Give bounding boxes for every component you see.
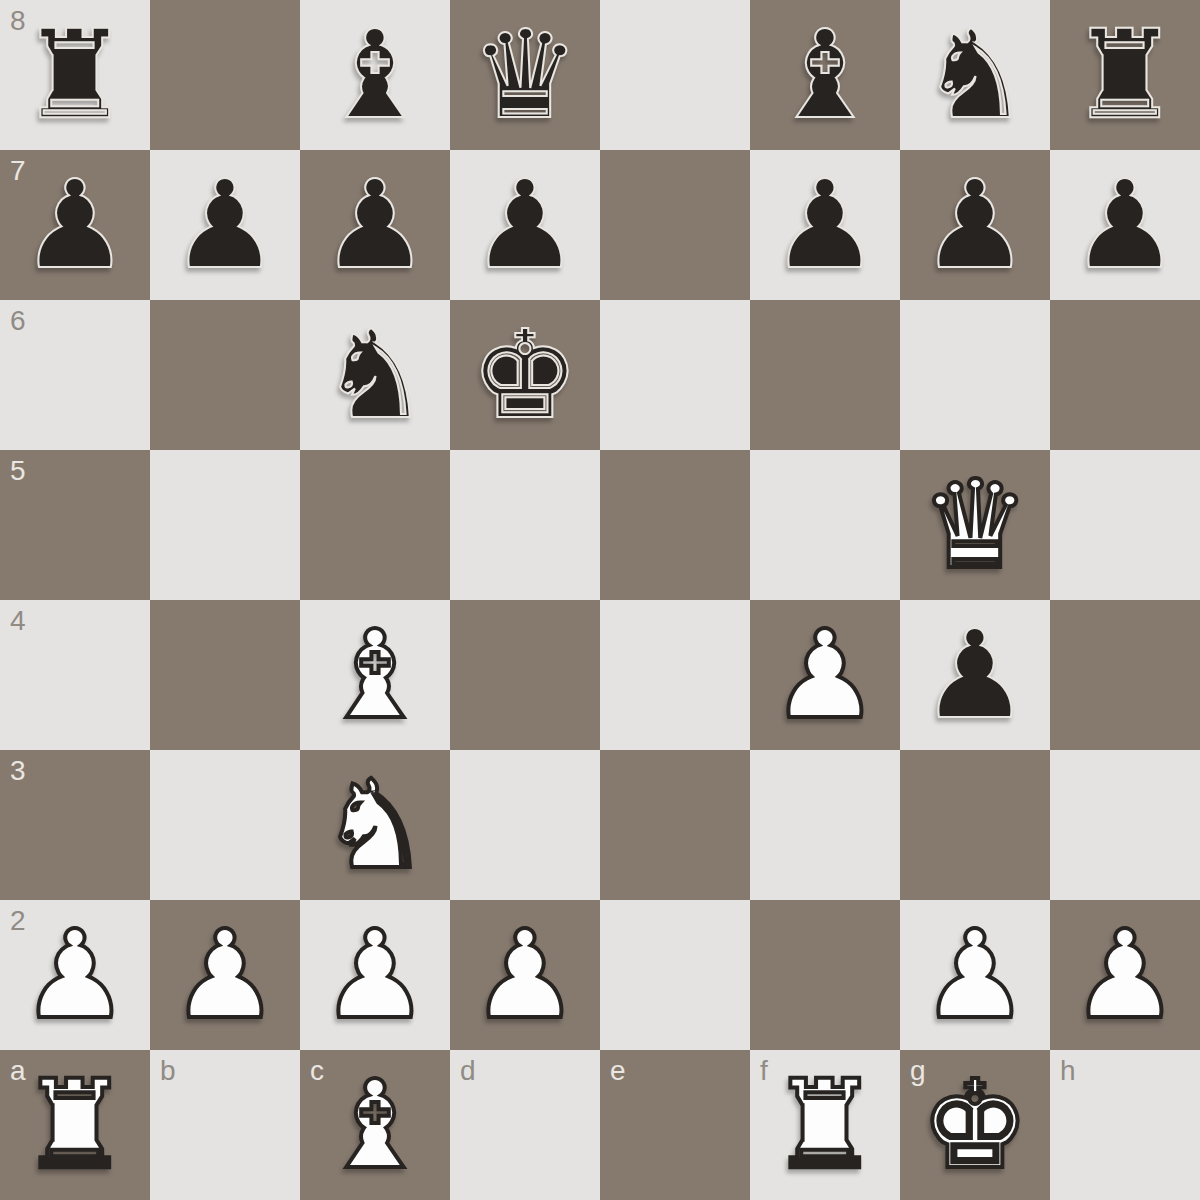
square-e2[interactable] [600,900,750,1050]
square-d1[interactable]: d [450,1050,600,1200]
white-pawn-a2[interactable]: ♟ [0,900,150,1050]
coord-label-d: d [460,1057,476,1085]
coord-label-5: 5 [10,457,26,485]
white-rook-f1[interactable]: ♜ [750,1050,900,1200]
black-queen-d8[interactable]: ♛ [450,0,600,150]
square-b8[interactable] [150,0,300,150]
square-b7[interactable]: ♟ [150,150,300,300]
square-c5[interactable] [300,450,450,600]
black-knight-c6[interactable]: ♞ [300,300,450,450]
square-b4[interactable] [150,600,300,750]
square-b3[interactable] [150,750,300,900]
white-queen-g5[interactable]: ♛ [900,450,1050,600]
black-knight-g8[interactable]: ♞ [900,0,1050,150]
square-e8[interactable] [600,0,750,150]
square-a8[interactable]: 8♜ [0,0,150,150]
black-rook-a8[interactable]: ♜ [0,0,150,150]
black-pawn-b7[interactable]: ♟ [150,150,300,300]
black-pawn-a7[interactable]: ♟ [0,150,150,300]
square-e5[interactable] [600,450,750,600]
coord-label-3: 3 [10,757,26,785]
square-g3[interactable] [900,750,1050,900]
square-e6[interactable] [600,300,750,450]
square-f4[interactable]: ♟ [750,600,900,750]
white-pawn-f4[interactable]: ♟ [750,600,900,750]
square-h3[interactable] [1050,750,1200,900]
square-d6[interactable]: ♚ [450,300,600,450]
square-b6[interactable] [150,300,300,450]
white-pawn-c2[interactable]: ♟ [300,900,450,1050]
white-pawn-h2[interactable]: ♟ [1050,900,1200,1050]
white-pawn-b2[interactable]: ♟ [150,900,300,1050]
square-h5[interactable] [1050,450,1200,600]
square-h4[interactable] [1050,600,1200,750]
black-pawn-c7[interactable]: ♟ [300,150,450,300]
square-a7[interactable]: 7♟ [0,150,150,300]
square-c8[interactable]: ♝ [300,0,450,150]
square-b2[interactable]: ♟ [150,900,300,1050]
square-a3[interactable]: 3 [0,750,150,900]
square-c1[interactable]: c♝ [300,1050,450,1200]
black-pawn-d7[interactable]: ♟ [450,150,600,300]
white-bishop-c4[interactable]: ♝ [300,600,450,750]
chess-board: 8♜♝♛♝♞♜7♟♟♟♟♟♟♟6♞♚5♛4♝♟♟3♞2♟♟♟♟♟♟a♜bc♝de… [0,0,1200,1200]
square-g2[interactable]: ♟ [900,900,1050,1050]
square-f3[interactable] [750,750,900,900]
square-d3[interactable] [450,750,600,900]
square-f2[interactable] [750,900,900,1050]
coord-label-4: 4 [10,607,26,635]
square-e1[interactable]: e [600,1050,750,1200]
square-g8[interactable]: ♞ [900,0,1050,150]
square-e4[interactable] [600,600,750,750]
square-a2[interactable]: 2♟ [0,900,150,1050]
square-e3[interactable] [600,750,750,900]
square-g1[interactable]: g♚ [900,1050,1050,1200]
square-h8[interactable]: ♜ [1050,0,1200,150]
black-pawn-h7[interactable]: ♟ [1050,150,1200,300]
square-g7[interactable]: ♟ [900,150,1050,300]
square-f8[interactable]: ♝ [750,0,900,150]
square-h6[interactable] [1050,300,1200,450]
coord-label-h: h [1060,1057,1076,1085]
square-h7[interactable]: ♟ [1050,150,1200,300]
square-d4[interactable] [450,600,600,750]
square-d2[interactable]: ♟ [450,900,600,1050]
black-king-d6[interactable]: ♚ [450,300,600,450]
black-pawn-g7[interactable]: ♟ [900,150,1050,300]
black-rook-h8[interactable]: ♜ [1050,0,1200,150]
black-bishop-f8[interactable]: ♝ [750,0,900,150]
square-c4[interactable]: ♝ [300,600,450,750]
white-pawn-d2[interactable]: ♟ [450,900,600,1050]
square-g5[interactable]: ♛ [900,450,1050,600]
square-c2[interactable]: ♟ [300,900,450,1050]
black-bishop-c8[interactable]: ♝ [300,0,450,150]
white-rook-a1[interactable]: ♜ [0,1050,150,1200]
square-b5[interactable] [150,450,300,600]
square-f7[interactable]: ♟ [750,150,900,300]
square-f6[interactable] [750,300,900,450]
square-e7[interactable] [600,150,750,300]
square-c6[interactable]: ♞ [300,300,450,450]
square-c3[interactable]: ♞ [300,750,450,900]
white-bishop-c1[interactable]: ♝ [300,1050,450,1200]
square-b1[interactable]: b [150,1050,300,1200]
square-d5[interactable] [450,450,600,600]
white-pawn-g2[interactable]: ♟ [900,900,1050,1050]
square-d8[interactable]: ♛ [450,0,600,150]
square-a4[interactable]: 4 [0,600,150,750]
square-h1[interactable]: h [1050,1050,1200,1200]
white-knight-c3[interactable]: ♞ [300,750,450,900]
square-g4[interactable]: ♟ [900,600,1050,750]
square-h2[interactable]: ♟ [1050,900,1200,1050]
square-a5[interactable]: 5 [0,450,150,600]
black-pawn-g4[interactable]: ♟ [900,600,1050,750]
black-pawn-f7[interactable]: ♟ [750,150,900,300]
square-c7[interactable]: ♟ [300,150,450,300]
square-f5[interactable] [750,450,900,600]
square-g6[interactable] [900,300,1050,450]
square-a6[interactable]: 6 [0,300,150,450]
coord-label-6: 6 [10,307,26,335]
square-d7[interactable]: ♟ [450,150,600,300]
white-king-g1[interactable]: ♚ [900,1050,1050,1200]
coord-label-e: e [610,1057,626,1085]
coord-label-b: b [160,1057,176,1085]
square-a1[interactable]: a♜ [0,1050,150,1200]
square-f1[interactable]: f♜ [750,1050,900,1200]
